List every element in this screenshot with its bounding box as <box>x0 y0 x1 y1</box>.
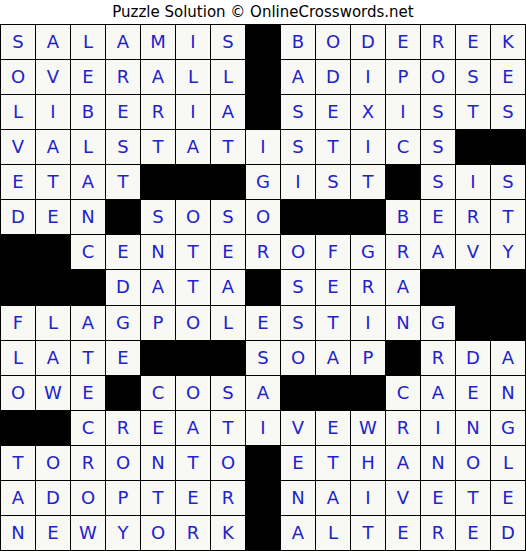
letter-cell: P <box>106 481 140 515</box>
letter-cell: X <box>351 95 385 129</box>
letter-cell: S <box>281 270 315 304</box>
letter-cell: C <box>141 376 175 410</box>
letter-cell: S <box>456 60 490 94</box>
letter-cell: E <box>176 481 210 515</box>
block-cell <box>246 25 280 59</box>
letter-cell: M <box>141 25 175 59</box>
letter-cell: N <box>141 446 175 480</box>
letter-cell: L <box>36 306 70 340</box>
letter-cell: I <box>421 411 455 445</box>
block-cell <box>246 270 280 304</box>
letter-cell: S <box>211 25 245 59</box>
letter-cell: A <box>141 60 175 94</box>
letter-cell: S <box>421 130 455 164</box>
letter-cell: R <box>106 60 140 94</box>
letter-cell: A <box>316 341 350 375</box>
letter-cell: O <box>176 376 210 410</box>
letter-cell: H <box>351 446 385 480</box>
letter-cell: I <box>351 481 385 515</box>
letter-cell: R <box>386 235 420 269</box>
letter-cell: O <box>281 235 315 269</box>
letter-cell: O <box>421 60 455 94</box>
letter-cell: D <box>1 200 35 234</box>
letter-cell: O <box>246 200 280 234</box>
letter-cell: G <box>491 411 525 445</box>
letter-cell: R <box>421 516 455 550</box>
letter-cell: E <box>386 25 420 59</box>
letter-cell: E <box>421 481 455 515</box>
letter-cell: L <box>1 95 35 129</box>
letter-cell: A <box>36 341 70 375</box>
letter-cell: B <box>281 25 315 59</box>
letter-cell: A <box>491 341 525 375</box>
letter-cell: D <box>491 516 525 550</box>
letter-cell: S <box>421 95 455 129</box>
block-cell <box>491 130 525 164</box>
letter-cell: A <box>141 270 175 304</box>
letter-cell: T <box>211 130 245 164</box>
letter-cell: S <box>421 165 455 199</box>
block-cell <box>316 200 350 234</box>
letter-cell: V <box>281 411 315 445</box>
block-cell <box>176 341 210 375</box>
letter-cell: N <box>281 481 315 515</box>
letter-cell: D <box>316 60 350 94</box>
letter-cell: T <box>456 95 490 129</box>
letter-cell: A <box>36 130 70 164</box>
letter-cell: S <box>491 165 525 199</box>
block-cell <box>281 200 315 234</box>
block-cell <box>211 165 245 199</box>
letter-cell: O <box>211 446 245 480</box>
letter-cell: P <box>351 341 385 375</box>
letter-cell: T <box>176 270 210 304</box>
letter-cell: O <box>106 446 140 480</box>
letter-cell: A <box>36 25 70 59</box>
letter-cell: T <box>351 165 385 199</box>
block-cell <box>351 376 385 410</box>
letter-cell: A <box>71 306 105 340</box>
block-cell <box>316 376 350 410</box>
block-cell <box>456 306 490 340</box>
letter-cell: A <box>316 481 350 515</box>
letter-cell: R <box>386 411 420 445</box>
puzzle-solution-page: Puzzle Solution © OnlineCrosswords.net S… <box>0 0 526 551</box>
letter-cell: T <box>106 165 140 199</box>
letter-cell: S <box>246 341 280 375</box>
letter-cell: D <box>106 270 140 304</box>
letter-cell: D <box>351 25 385 59</box>
letter-cell: T <box>316 446 350 480</box>
letter-cell: I <box>246 130 280 164</box>
letter-cell: E <box>316 95 350 129</box>
letter-cell: N <box>386 306 420 340</box>
letter-cell: I <box>281 165 315 199</box>
page-title: Puzzle Solution © OnlineCrosswords.net <box>0 0 526 24</box>
letter-cell: E <box>491 60 525 94</box>
block-cell <box>386 341 420 375</box>
letter-cell: B <box>71 95 105 129</box>
letter-cell: L <box>176 60 210 94</box>
block-cell <box>211 341 245 375</box>
letter-cell: T <box>176 235 210 269</box>
letter-cell: A <box>246 376 280 410</box>
block-cell <box>421 270 455 304</box>
block-cell <box>176 165 210 199</box>
letter-cell: R <box>421 25 455 59</box>
letter-cell: K <box>211 516 245 550</box>
block-cell <box>246 446 280 480</box>
letter-cell: L <box>71 130 105 164</box>
letter-cell: E <box>141 411 175 445</box>
letter-cell: Y <box>106 516 140 550</box>
block-cell <box>246 481 280 515</box>
letter-cell: I <box>246 411 280 445</box>
letter-cell: I <box>351 306 385 340</box>
letter-cell: W <box>36 376 70 410</box>
letter-cell: A <box>1 481 35 515</box>
letter-cell: O <box>316 25 350 59</box>
block-cell <box>246 95 280 129</box>
letter-cell: T <box>176 446 210 480</box>
letter-cell: E <box>106 341 140 375</box>
letter-cell: R <box>351 270 385 304</box>
letter-cell: K <box>491 25 525 59</box>
letter-cell: G <box>246 165 280 199</box>
letter-cell: S <box>211 200 245 234</box>
letter-cell: Y <box>491 235 525 269</box>
letter-cell: E <box>456 376 490 410</box>
block-cell <box>1 411 35 445</box>
letter-cell: T <box>351 516 385 550</box>
letter-cell: S <box>281 306 315 340</box>
letter-cell: T <box>491 200 525 234</box>
letter-cell: O <box>176 306 210 340</box>
letter-cell: S <box>211 376 245 410</box>
letter-cell: D <box>36 481 70 515</box>
letter-cell: E <box>246 306 280 340</box>
block-cell <box>456 270 490 304</box>
letter-cell: L <box>211 60 245 94</box>
letter-cell: R <box>106 411 140 445</box>
letter-cell: E <box>421 200 455 234</box>
letter-cell: A <box>211 270 245 304</box>
letter-cell: O <box>456 446 490 480</box>
letter-cell: E <box>106 235 140 269</box>
letter-cell: A <box>386 270 420 304</box>
letter-cell: L <box>1 341 35 375</box>
letter-cell: E <box>456 25 490 59</box>
letter-cell: E <box>491 481 525 515</box>
letter-cell: W <box>351 411 385 445</box>
letter-cell: A <box>421 235 455 269</box>
letter-cell: L <box>211 306 245 340</box>
letter-cell: E <box>316 270 350 304</box>
letter-cell: T <box>36 165 70 199</box>
letter-cell: E <box>106 95 140 129</box>
letter-cell: I <box>36 95 70 129</box>
block-cell <box>36 270 70 304</box>
block-cell <box>141 341 175 375</box>
letter-cell: F <box>316 235 350 269</box>
letter-cell: I <box>176 95 210 129</box>
block-cell <box>351 200 385 234</box>
letter-cell: O <box>1 376 35 410</box>
letter-cell: I <box>456 165 490 199</box>
letter-cell: R <box>456 200 490 234</box>
letter-cell: P <box>386 60 420 94</box>
letter-cell: E <box>1 165 35 199</box>
block-cell <box>281 376 315 410</box>
block-cell <box>106 376 140 410</box>
block-cell <box>386 165 420 199</box>
letter-cell: O <box>176 200 210 234</box>
letter-cell: V <box>456 235 490 269</box>
letter-cell: L <box>491 446 525 480</box>
letter-cell: O <box>141 516 175 550</box>
letter-cell: T <box>211 411 245 445</box>
letter-cell: D <box>456 341 490 375</box>
letter-cell: A <box>281 60 315 94</box>
letter-cell: N <box>1 516 35 550</box>
letter-cell: T <box>456 481 490 515</box>
letter-cell: N <box>421 446 455 480</box>
letter-cell: R <box>211 481 245 515</box>
letter-cell: L <box>71 25 105 59</box>
letter-cell: T <box>1 446 35 480</box>
letter-cell: S <box>281 95 315 129</box>
letter-cell: N <box>456 411 490 445</box>
letter-cell: A <box>281 516 315 550</box>
letter-cell: G <box>421 306 455 340</box>
letter-cell: I <box>176 25 210 59</box>
letter-cell: O <box>281 341 315 375</box>
letter-cell: V <box>36 60 70 94</box>
letter-cell: A <box>176 130 210 164</box>
letter-cell: V <box>386 481 420 515</box>
letter-cell: T <box>141 130 175 164</box>
letter-cell: I <box>351 130 385 164</box>
letter-cell: T <box>141 481 175 515</box>
letter-cell: T <box>316 306 350 340</box>
letter-cell: A <box>71 165 105 199</box>
letter-cell: N <box>141 235 175 269</box>
letter-cell: W <box>71 516 105 550</box>
letter-cell: O <box>1 60 35 94</box>
letter-cell: E <box>211 235 245 269</box>
letter-cell: O <box>36 446 70 480</box>
letter-cell: I <box>386 95 420 129</box>
letter-cell: E <box>71 376 105 410</box>
block-cell <box>491 270 525 304</box>
letter-cell: C <box>386 376 420 410</box>
letter-cell: C <box>71 411 105 445</box>
letter-cell: A <box>211 95 245 129</box>
letter-cell: N <box>71 200 105 234</box>
letter-cell: R <box>176 516 210 550</box>
letter-cell: S <box>141 200 175 234</box>
letter-cell: S <box>491 95 525 129</box>
block-cell <box>491 306 525 340</box>
letter-cell: V <box>1 130 35 164</box>
block-cell <box>36 235 70 269</box>
letter-cell: S <box>1 25 35 59</box>
block-cell <box>456 130 490 164</box>
block-cell <box>141 165 175 199</box>
block-cell <box>246 60 280 94</box>
letter-cell: C <box>386 130 420 164</box>
letter-cell: B <box>386 200 420 234</box>
letter-cell: E <box>386 516 420 550</box>
block-cell <box>246 516 280 550</box>
letter-cell: R <box>246 235 280 269</box>
letter-cell: E <box>316 411 350 445</box>
letter-cell: E <box>71 60 105 94</box>
letter-cell: F <box>1 306 35 340</box>
block-cell <box>1 270 35 304</box>
letter-cell: C <box>71 235 105 269</box>
letter-cell: R <box>71 446 105 480</box>
letter-cell: I <box>351 60 385 94</box>
letter-cell: T <box>316 130 350 164</box>
letter-cell: S <box>316 165 350 199</box>
block-cell <box>71 270 105 304</box>
letter-cell: P <box>141 306 175 340</box>
letter-cell: G <box>106 306 140 340</box>
letter-cell: A <box>421 376 455 410</box>
letter-cell: E <box>456 516 490 550</box>
letter-cell: G <box>351 235 385 269</box>
crossword-board: SALAMISBODEREKOVERALLADIPOSELIBERIASEXIS… <box>0 24 526 551</box>
letter-cell: A <box>386 446 420 480</box>
letter-cell: S <box>106 130 140 164</box>
block-cell <box>36 411 70 445</box>
letter-cell: O <box>71 481 105 515</box>
block-cell <box>106 200 140 234</box>
letter-cell: A <box>176 411 210 445</box>
letter-cell: T <box>71 341 105 375</box>
letter-cell: E <box>36 200 70 234</box>
letter-cell: A <box>106 25 140 59</box>
letter-cell: S <box>281 130 315 164</box>
letter-cell: R <box>421 341 455 375</box>
letter-cell: E <box>281 446 315 480</box>
letter-cell: R <box>141 95 175 129</box>
letter-cell: N <box>491 376 525 410</box>
block-cell <box>1 235 35 269</box>
letter-cell: L <box>316 516 350 550</box>
letter-cell: E <box>36 516 70 550</box>
